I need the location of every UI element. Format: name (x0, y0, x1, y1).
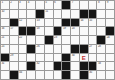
white-cell[interactable] (71, 36, 79, 44)
black-cell (89, 10, 97, 18)
clue-number: 6 (54, 1, 55, 4)
white-cell[interactable] (10, 36, 18, 44)
white-cell[interactable]: 8 (97, 1, 105, 9)
white-cell[interactable] (54, 54, 62, 62)
black-cell (89, 62, 97, 70)
white-cell[interactable]: 19 (62, 27, 70, 35)
black-cell (97, 36, 105, 44)
clue-number: 22 (19, 36, 22, 39)
white-cell[interactable]: 17 (10, 27, 18, 35)
white-cell[interactable] (19, 10, 27, 18)
white-cell[interactable] (19, 45, 27, 53)
clue-number: 25 (2, 45, 5, 48)
black-cell (27, 62, 35, 70)
clue-number: 9 (107, 1, 108, 4)
white-cell[interactable] (54, 19, 62, 27)
white-cell[interactable] (62, 36, 70, 44)
clue-number: 29 (10, 54, 13, 57)
clue-number: 2 (10, 1, 11, 4)
white-cell[interactable]: 25 (1, 45, 9, 53)
white-cell[interactable]: 35 (89, 71, 97, 79)
white-cell[interactable] (106, 54, 114, 62)
white-cell[interactable] (80, 27, 88, 35)
white-cell[interactable]: 9 (106, 1, 114, 9)
clue-number: 11 (45, 10, 48, 13)
white-cell[interactable]: 14 (80, 19, 88, 27)
black-cell (80, 62, 88, 70)
white-cell[interactable] (45, 45, 53, 53)
clue-number: 16 (2, 27, 5, 30)
white-cell[interactable]: 12 (19, 19, 27, 27)
white-cell[interactable] (89, 36, 97, 44)
clue-number: 13 (37, 19, 40, 22)
black-cell (45, 36, 53, 44)
white-cell[interactable]: 30 (71, 54, 79, 62)
white-cell[interactable]: 16 (1, 27, 9, 35)
white-cell[interactable]: 7 (71, 1, 79, 9)
white-cell[interactable] (89, 54, 97, 62)
clue-number: 15 (89, 19, 92, 22)
black-cell (62, 54, 70, 62)
clue-number: 18 (37, 27, 40, 30)
clue-number: 20 (72, 27, 75, 30)
white-cell[interactable] (27, 54, 35, 62)
clue-number: 21 (2, 36, 5, 39)
white-cell[interactable] (27, 71, 35, 79)
black-cell (10, 19, 18, 27)
white-cell[interactable]: 27 (89, 45, 97, 53)
black-cell (36, 10, 44, 18)
white-cell[interactable] (36, 54, 44, 62)
clue-number: 19 (63, 27, 66, 30)
black-cell (27, 45, 35, 53)
white-cell[interactable] (71, 10, 79, 18)
white-cell[interactable]: 1 (1, 1, 9, 9)
white-cell[interactable] (97, 27, 105, 35)
white-cell[interactable] (71, 62, 79, 70)
white-cell[interactable]: 31 (1, 62, 9, 70)
black-cell (54, 62, 62, 70)
white-cell[interactable] (106, 19, 114, 27)
black-cell (62, 62, 70, 70)
white-cell[interactable] (10, 10, 18, 18)
white-cell[interactable] (106, 71, 114, 79)
white-cell[interactable] (89, 1, 97, 9)
white-cell[interactable] (80, 1, 88, 9)
black-cell (1, 54, 9, 62)
white-cell[interactable] (54, 45, 62, 53)
white-cell[interactable] (19, 54, 27, 62)
black-cell (62, 1, 70, 9)
black-cell (71, 19, 79, 27)
white-cell[interactable]: 20 (71, 27, 79, 35)
clue-number: 17 (10, 27, 13, 30)
white-cell[interactable]: 32 (36, 62, 44, 70)
white-cell[interactable] (10, 62, 18, 70)
clue-number: 35 (89, 71, 92, 74)
white-cell[interactable]: 22 (19, 36, 27, 44)
clue-number: 5 (45, 1, 46, 4)
black-cell (80, 71, 88, 79)
clue-number: 32 (37, 62, 40, 65)
white-cell[interactable] (27, 36, 35, 44)
crossword-grid: 1234567891011121314151617181920212223242… (0, 0, 115, 80)
white-cell[interactable] (54, 71, 62, 79)
white-cell[interactable]: 18 (36, 27, 44, 35)
clue-number: 3 (19, 1, 20, 4)
black-cell (10, 71, 18, 79)
white-cell[interactable]: 23 (54, 36, 62, 44)
black-cell (27, 27, 35, 35)
clue-number: 30 (72, 54, 75, 57)
black-cell (106, 27, 114, 35)
white-cell[interactable] (45, 19, 53, 27)
white-cell[interactable]: 13 (36, 19, 44, 27)
clue-number: 34 (19, 71, 22, 74)
clue-number: 23 (54, 36, 57, 39)
clue-number: 7 (72, 1, 73, 4)
clue-number: 27 (89, 45, 92, 48)
white-cell[interactable] (54, 10, 62, 18)
white-cell[interactable] (97, 71, 105, 79)
white-cell[interactable] (36, 71, 44, 79)
clue-number: 28 (98, 45, 101, 48)
white-cell[interactable] (62, 10, 70, 18)
white-cell[interactable] (45, 27, 53, 35)
white-cell[interactable] (71, 71, 79, 79)
white-cell[interactable]: 15 (89, 19, 97, 27)
white-cell[interactable] (106, 10, 114, 18)
white-cell[interactable] (1, 71, 9, 79)
white-cell[interactable]: 4 (27, 1, 35, 9)
clue-number: 10 (2, 10, 5, 13)
white-cell[interactable] (80, 36, 88, 44)
white-cell[interactable] (89, 27, 97, 35)
white-cell[interactable] (27, 19, 35, 27)
white-cell[interactable] (36, 1, 44, 9)
black-cell (19, 27, 27, 35)
clue-number: 4 (28, 1, 29, 4)
clue-number: 1 (2, 1, 3, 4)
marked-letter: E (80, 54, 88, 62)
white-cell[interactable]: 29 (10, 54, 18, 62)
white-cell[interactable]: 34 (19, 71, 27, 79)
white-cell[interactable] (45, 54, 53, 62)
black-cell (71, 45, 79, 53)
black-cell (62, 71, 70, 79)
clue-number: 12 (19, 19, 22, 22)
white-cell[interactable] (10, 45, 18, 53)
white-cell[interactable]: 3 (19, 1, 27, 9)
white-cell[interactable]: 11 (45, 10, 53, 18)
white-cell[interactable] (1, 19, 9, 27)
clue-number: 33 (98, 62, 101, 65)
white-cell[interactable]: E (80, 54, 88, 62)
white-cell[interactable]: 6 (54, 1, 62, 9)
white-cell[interactable] (27, 10, 35, 18)
white-cell[interactable]: 33 (97, 62, 105, 70)
black-cell (80, 45, 88, 53)
clue-number: 31 (2, 62, 5, 65)
white-cell[interactable] (97, 19, 105, 27)
white-cell[interactable]: 10 (1, 10, 9, 18)
white-cell[interactable] (106, 45, 114, 53)
white-cell[interactable] (97, 10, 105, 18)
white-cell[interactable]: 26 (36, 45, 44, 53)
clue-number: 8 (98, 1, 99, 4)
white-cell[interactable]: 5 (45, 1, 53, 9)
white-cell[interactable]: 24 (106, 36, 114, 44)
white-cell[interactable]: 28 (97, 45, 105, 53)
white-cell[interactable] (36, 36, 44, 44)
white-cell[interactable]: 21 (1, 36, 9, 44)
white-cell[interactable] (45, 71, 53, 79)
clue-number: 14 (80, 19, 83, 22)
black-cell (80, 10, 88, 18)
white-cell[interactable] (19, 62, 27, 70)
black-cell (54, 27, 62, 35)
white-cell[interactable] (62, 45, 70, 53)
clue-number: 24 (107, 36, 110, 39)
white-cell[interactable] (97, 54, 105, 62)
white-cell[interactable] (45, 62, 53, 70)
black-cell (62, 19, 70, 27)
white-cell[interactable]: 2 (10, 1, 18, 9)
white-cell[interactable] (106, 62, 114, 70)
clue-number: 26 (37, 45, 40, 48)
